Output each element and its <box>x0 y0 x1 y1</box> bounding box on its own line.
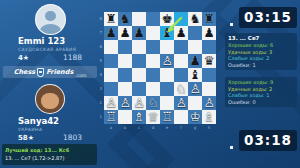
rank-labels: 87654321 <box>96 12 102 124</box>
piece-wb-c1: ♗ <box>132 110 146 124</box>
piece-wp-a2: ♙ <box>104 96 118 110</box>
square-a1[interactable]: ♖ <box>104 110 118 124</box>
game-window: Emmi 123 САУДОВСКАЯ АРАВИЯ 4★ 1188 Chess… <box>0 0 300 168</box>
square-e2[interactable] <box>160 96 174 110</box>
piece-bp-a7: ♟ <box>104 26 118 40</box>
played-move-eval-text: 13. ... Сe7 (1.72->2.87) <box>5 154 94 162</box>
square-d8[interactable] <box>146 12 160 26</box>
square-f5[interactable] <box>174 54 188 68</box>
square-d1[interactable]: ♕ <box>146 110 160 124</box>
avatar-bottom-player[interactable] <box>35 84 65 114</box>
piece-wn-d2: ♘ <box>146 96 160 110</box>
top-clock-time: 03:15 <box>244 9 292 25</box>
piece-br-h8: ♜ <box>202 12 216 26</box>
square-h6[interactable] <box>202 40 216 54</box>
square-e3[interactable] <box>160 82 174 96</box>
square-b5[interactable] <box>118 54 132 68</box>
person-icon <box>40 24 61 35</box>
square-c4[interactable] <box>132 68 146 82</box>
bottom-player-country: УКРАИНА <box>18 127 42 132</box>
square-h3[interactable] <box>202 82 216 96</box>
square-e8[interactable]: ♚ <box>160 12 174 26</box>
square-e4[interactable] <box>160 68 174 82</box>
square-b6[interactable] <box>118 40 132 54</box>
piece-bp-g5: ♟ <box>188 54 202 68</box>
piece-bb-e7: ♝ <box>160 26 174 40</box>
square-b2[interactable]: ♙ <box>118 96 132 110</box>
piece-wq-d1: ♕ <box>146 110 160 124</box>
analysis-move-header: 13. ... Сe7 <box>228 35 294 42</box>
square-c1[interactable]: ♗ <box>132 110 146 124</box>
square-e6[interactable] <box>160 40 174 54</box>
square-h4[interactable] <box>202 68 216 82</box>
square-c5[interactable] <box>132 54 146 68</box>
square-d4[interactable] <box>146 68 160 82</box>
file-label-a: a <box>104 125 118 131</box>
square-c7[interactable]: ♟ <box>132 26 146 40</box>
piece-bk-e8: ♚ <box>160 12 174 26</box>
square-a6[interactable] <box>104 40 118 54</box>
rank-label-7: 7 <box>96 26 102 40</box>
square-b4[interactable] <box>118 68 132 82</box>
square-c3[interactable] <box>132 82 146 96</box>
square-d2[interactable]: ♘ <box>146 96 160 110</box>
piece-wp-c2: ♙ <box>132 96 146 110</box>
piece-wr-e1: ♖ <box>160 110 174 124</box>
piece-wk-g1: ♔ <box>188 110 202 124</box>
square-a5[interactable] <box>104 54 118 68</box>
bottom-player-clock: 03:18 <box>239 130 297 151</box>
square-c8[interactable] <box>132 12 146 26</box>
rank-label-6: 6 <box>96 40 102 54</box>
square-f3[interactable]: ♘ <box>174 82 188 96</box>
piece-bn-b8: ♞ <box>118 12 132 26</box>
top-player-stats: 4★ 1188 <box>18 53 82 62</box>
square-h7[interactable]: ♟ <box>202 26 216 40</box>
square-h8[interactable]: ♜ <box>202 12 216 26</box>
square-f8[interactable] <box>174 12 188 26</box>
piece-br-a8: ♜ <box>104 12 118 26</box>
analysis-panel-bottom: Хорошие ходы: 9Удачные ходы: 2Слабые ход… <box>225 77 297 107</box>
piece-wp-e5: ♙ <box>160 54 174 68</box>
square-g7[interactable] <box>188 26 202 40</box>
piece-bp-c7: ♟ <box>132 26 146 40</box>
piece-bq-h5: ♛ <box>202 54 216 68</box>
piece-wn-f3: ♘ <box>174 82 188 96</box>
square-g6[interactable] <box>188 40 202 54</box>
square-a3[interactable] <box>104 82 118 96</box>
square-b1[interactable] <box>118 110 132 124</box>
square-a4[interactable] <box>104 68 118 82</box>
square-h2[interactable]: ♙ <box>202 96 216 110</box>
bottom-player-name: Sanya42 <box>18 116 59 126</box>
top-player-name: Emmi 123 <box>18 36 65 46</box>
avatar-top-player[interactable] <box>35 4 66 35</box>
engine-hint-box: Лучший ход: 13... Кc6 13. ... Сe7 (1.72-… <box>2 144 97 165</box>
square-a2[interactable]: ♙ <box>104 96 118 110</box>
bottom-player-rating: 1803 <box>63 133 82 142</box>
piece-wp-g3: ♙ <box>188 82 202 96</box>
file-label-e: e <box>160 125 174 131</box>
square-g3[interactable]: ♙ <box>188 82 202 96</box>
bottom-player-stats: 58★ 1803 <box>18 133 82 142</box>
piece-bp-h7: ♟ <box>202 26 216 40</box>
square-d5[interactable] <box>146 54 160 68</box>
chessfriends-logo[interactable]: Chess Friends .com <box>3 66 97 78</box>
analysis-panel-top: 13. ... Сe7 Хорошие ходы: 6Удачные ходы:… <box>225 33 297 70</box>
file-label-b: b <box>118 125 132 131</box>
piece-bb-g4: ♝ <box>188 68 202 82</box>
shield-icon <box>37 68 44 77</box>
square-h5[interactable]: ♛ <box>202 54 216 68</box>
rank-label-3: 3 <box>96 82 102 96</box>
move-indicator-icon <box>230 146 233 149</box>
square-e7[interactable]: ♝ <box>160 26 174 40</box>
square-d6[interactable] <box>146 40 160 54</box>
piece-wr-a1: ♖ <box>104 110 118 124</box>
file-label-c: c <box>132 125 146 131</box>
file-label-h: h <box>202 125 216 131</box>
square-f1[interactable] <box>174 110 188 124</box>
rank-label-8: 8 <box>96 12 102 26</box>
rank-label-2: 2 <box>96 96 102 110</box>
top-player-clock: 03:15 <box>239 7 297 28</box>
piece-wp-b2: ♙ <box>118 96 132 110</box>
piece-bp-b7: ♟ <box>118 26 132 40</box>
square-a8[interactable]: ♜ <box>104 12 118 26</box>
square-f6[interactable] <box>174 40 188 54</box>
analysis-rows: Хорошие ходы: 9Удачные ходы: 2Слабые ход… <box>228 79 294 105</box>
bottom-clock-time: 03:18 <box>244 132 292 148</box>
square-d7[interactable] <box>146 26 160 40</box>
logo-text-chess: Chess <box>14 69 36 76</box>
chess-board: ♜♞♚♞♜♟♟♟♝♟♟♙♟♛♝♘♙♙♙♙♘♙♙♖♗♕♖♔♗ <box>104 12 216 124</box>
square-a7[interactable]: ♟ <box>104 26 118 40</box>
top-player-level-badge: 4★ <box>18 54 29 62</box>
square-g8[interactable]: ♞ <box>188 12 202 26</box>
square-b8[interactable]: ♞ <box>118 12 132 26</box>
file-label-g: g <box>188 125 202 131</box>
piece-wp-h2: ♙ <box>202 96 216 110</box>
square-e5[interactable]: ♙ <box>160 54 174 68</box>
logo-text-friends: Friends <box>46 69 73 76</box>
best-move-text: Лучший ход: 13... Кc6 <box>5 146 94 154</box>
square-e1[interactable]: ♖ <box>160 110 174 124</box>
square-b3[interactable] <box>118 82 132 96</box>
person-photo <box>41 93 58 109</box>
rank-label-4: 4 <box>96 68 102 82</box>
square-g1[interactable]: ♔ <box>188 110 202 124</box>
square-g2[interactable] <box>188 96 202 110</box>
square-g4[interactable]: ♝ <box>188 68 202 82</box>
top-player-country: САУДОВСКАЯ АРАВИЯ <box>18 47 76 52</box>
piece-bp-f7: ♟ <box>174 26 188 40</box>
square-f7[interactable]: ♟ <box>174 26 188 40</box>
square-f4[interactable] <box>174 68 188 82</box>
square-c2[interactable]: ♙ <box>132 96 146 110</box>
analysis-rows: Хорошие ходы: 6Удачные ходы: 3Слабые ход… <box>228 42 294 68</box>
piece-wp-f2: ♙ <box>174 96 188 110</box>
piece-wb-h1: ♗ <box>202 110 216 124</box>
move-indicator-icon <box>230 23 233 26</box>
square-f2[interactable]: ♙ <box>174 96 188 110</box>
analysis-row: Ошибки: 0 <box>228 99 294 106</box>
square-b7[interactable]: ♟ <box>118 26 132 40</box>
square-g5[interactable]: ♟ <box>188 54 202 68</box>
logo-text-com: .com <box>75 73 86 78</box>
file-label-f: f <box>174 125 188 131</box>
rank-label-5: 5 <box>96 54 102 68</box>
file-labels: abcdefgh <box>104 125 216 131</box>
square-c6[interactable] <box>132 40 146 54</box>
analysis-row: Ошибки: 1 <box>228 62 294 69</box>
square-d3[interactable] <box>146 82 160 96</box>
file-label-d: d <box>146 125 160 131</box>
rank-label-1: 1 <box>96 110 102 124</box>
top-player-rating: 1188 <box>63 53 82 62</box>
piece-bn-g8: ♞ <box>188 12 202 26</box>
bottom-player-level-badge: 58★ <box>18 134 34 142</box>
person-icon <box>45 11 55 21</box>
square-h1[interactable]: ♗ <box>202 110 216 124</box>
